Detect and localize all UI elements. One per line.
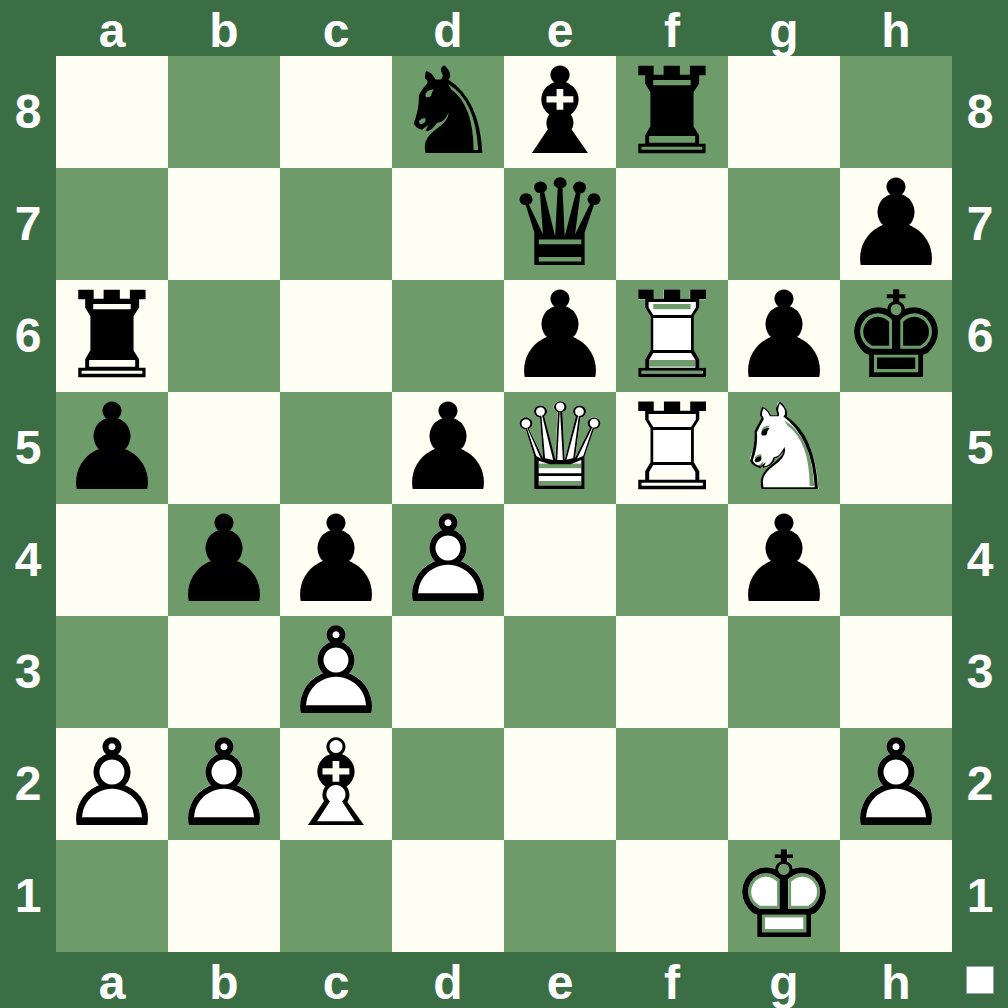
square-e6[interactable]: ♟︎ [504, 280, 616, 392]
white-bishop[interactable]: ♝︎♗︎ [280, 728, 392, 840]
rank-label-left-5: 5 [0, 392, 56, 504]
black-pawn-glyph: ♟︎ [56, 392, 168, 504]
square-b8[interactable] [168, 56, 280, 168]
square-g8[interactable] [728, 56, 840, 168]
square-e8[interactable]: ♝︎ [504, 56, 616, 168]
white-pawn[interactable]: ♟︎♙︎ [840, 728, 952, 840]
white-pawn-outline: ♙︎ [280, 616, 392, 728]
square-c2[interactable]: ♝︎♗︎ [280, 728, 392, 840]
square-b5[interactable] [168, 392, 280, 504]
black-pawn[interactable]: ♟︎ [840, 168, 952, 280]
square-a3[interactable] [56, 616, 168, 728]
file-label-bottom-d: d [392, 952, 504, 1008]
square-a5[interactable]: ♟︎ [56, 392, 168, 504]
white-pawn[interactable]: ♟︎♙︎ [168, 728, 280, 840]
black-rook-glyph: ♜︎ [616, 56, 728, 168]
file-label-top-b: b [168, 0, 280, 56]
square-e4[interactable] [504, 504, 616, 616]
rank-label-right-3: 3 [952, 616, 1008, 728]
white-knight[interactable]: ♞︎♘︎ [728, 392, 840, 504]
square-c7[interactable] [280, 168, 392, 280]
square-b4[interactable]: ♟︎ [168, 504, 280, 616]
square-a4[interactable] [56, 504, 168, 616]
rank-label-left-6: 6 [0, 280, 56, 392]
black-bishop-glyph: ♝︎ [504, 56, 616, 168]
square-h4[interactable] [840, 504, 952, 616]
black-pawn[interactable]: ♟︎ [168, 504, 280, 616]
square-b6[interactable] [168, 280, 280, 392]
square-g5[interactable]: ♞︎♘︎ [728, 392, 840, 504]
white-rook[interactable]: ♜︎♖︎ [616, 392, 728, 504]
square-a2[interactable]: ♟︎♙︎ [56, 728, 168, 840]
square-c5[interactable] [280, 392, 392, 504]
black-pawn-glyph: ♟︎ [280, 504, 392, 616]
square-f3[interactable] [616, 616, 728, 728]
black-queen[interactable]: ♛︎ [504, 168, 616, 280]
white-knight-outline: ♘︎ [728, 392, 840, 504]
square-d1[interactable] [392, 840, 504, 952]
square-a6[interactable]: ♜︎ [56, 280, 168, 392]
square-a7[interactable] [56, 168, 168, 280]
file-label-bottom-e: e [504, 952, 616, 1008]
black-bishop[interactable]: ♝︎ [504, 56, 616, 168]
chess-board: ♞︎♝︎♜︎♛︎♟︎♜︎♟︎♜︎♖︎♟︎♚︎♟︎♟︎♛︎♕︎♜︎♖︎♞︎♘︎♟︎… [56, 56, 952, 952]
file-labels-top: abcdefgh [56, 0, 952, 56]
white-pawn[interactable]: ♟︎♙︎ [56, 728, 168, 840]
black-pawn-glyph: ♟︎ [840, 168, 952, 280]
square-c3[interactable]: ♟︎♙︎ [280, 616, 392, 728]
square-c6[interactable] [280, 280, 392, 392]
black-knight-glyph: ♞︎ [392, 56, 504, 168]
square-f1[interactable] [616, 840, 728, 952]
black-king[interactable]: ♚︎ [840, 280, 952, 392]
white-king[interactable]: ♚︎♔︎ [728, 840, 840, 952]
white-queen[interactable]: ♛︎♕︎ [504, 392, 616, 504]
white-king-outline: ♔︎ [728, 840, 840, 952]
square-b1[interactable] [168, 840, 280, 952]
black-pawn[interactable]: ♟︎ [728, 504, 840, 616]
rank-label-left-4: 4 [0, 504, 56, 616]
square-f8[interactable]: ♜︎ [616, 56, 728, 168]
file-label-top-a: a [56, 0, 168, 56]
white-pawn-outline: ♙︎ [56, 728, 168, 840]
file-label-bottom-a: a [56, 952, 168, 1008]
rank-label-left-8: 8 [0, 56, 56, 168]
rank-label-right-8: 8 [952, 56, 1008, 168]
rank-label-right-7: 7 [952, 168, 1008, 280]
square-h7[interactable]: ♟︎ [840, 168, 952, 280]
square-f4[interactable] [616, 504, 728, 616]
square-c4[interactable]: ♟︎ [280, 504, 392, 616]
square-h5[interactable] [840, 392, 952, 504]
square-g7[interactable] [728, 168, 840, 280]
rank-labels-right: 87654321 [952, 56, 1008, 952]
square-h1[interactable] [840, 840, 952, 952]
square-e1[interactable] [504, 840, 616, 952]
square-f7[interactable] [616, 168, 728, 280]
square-d7[interactable] [392, 168, 504, 280]
white-pawn[interactable]: ♟︎♙︎ [392, 504, 504, 616]
square-f2[interactable] [616, 728, 728, 840]
file-label-bottom-c: c [280, 952, 392, 1008]
black-pawn[interactable]: ♟︎ [280, 504, 392, 616]
black-pawn-glyph: ♟︎ [392, 392, 504, 504]
white-pawn[interactable]: ♟︎♙︎ [280, 616, 392, 728]
black-pawn-glyph: ♟︎ [728, 504, 840, 616]
square-b2[interactable]: ♟︎♙︎ [168, 728, 280, 840]
file-label-top-h: h [840, 0, 952, 56]
white-pawn-outline: ♙︎ [392, 504, 504, 616]
square-g2[interactable] [728, 728, 840, 840]
square-g4[interactable]: ♟︎ [728, 504, 840, 616]
square-e7[interactable]: ♛︎ [504, 168, 616, 280]
rank-label-right-5: 5 [952, 392, 1008, 504]
square-h6[interactable]: ♚︎ [840, 280, 952, 392]
square-e3[interactable] [504, 616, 616, 728]
square-e5[interactable]: ♛︎♕︎ [504, 392, 616, 504]
square-b3[interactable] [168, 616, 280, 728]
black-pawn-glyph: ♟︎ [728, 280, 840, 392]
black-queen-glyph: ♛︎ [504, 168, 616, 280]
black-knight[interactable]: ♞︎ [392, 56, 504, 168]
square-a1[interactable] [56, 840, 168, 952]
file-label-bottom-b: b [168, 952, 280, 1008]
white-rook[interactable]: ♜︎♖︎ [616, 280, 728, 392]
rank-label-right-4: 4 [952, 504, 1008, 616]
rank-label-right-1: 1 [952, 840, 1008, 952]
black-pawn[interactable]: ♟︎ [504, 280, 616, 392]
square-f5[interactable]: ♜︎♖︎ [616, 392, 728, 504]
rank-label-right-2: 2 [952, 728, 1008, 840]
square-c1[interactable] [280, 840, 392, 952]
white-rook-outline: ♖︎ [616, 392, 728, 504]
rank-label-left-2: 2 [0, 728, 56, 840]
black-pawn[interactable]: ♟︎ [56, 392, 168, 504]
square-h3[interactable] [840, 616, 952, 728]
black-pawn[interactable]: ♟︎ [392, 392, 504, 504]
rank-label-right-6: 6 [952, 280, 1008, 392]
file-label-top-g: g [728, 0, 840, 56]
square-d6[interactable] [392, 280, 504, 392]
square-d3[interactable] [392, 616, 504, 728]
file-label-bottom-g: g [728, 952, 840, 1008]
square-c8[interactable] [280, 56, 392, 168]
white-queen-outline: ♕︎ [504, 392, 616, 504]
white-rook-outline: ♖︎ [616, 280, 728, 392]
black-rook-glyph: ♜︎ [56, 280, 168, 392]
square-g3[interactable] [728, 616, 840, 728]
square-d4[interactable]: ♟︎♙︎ [392, 504, 504, 616]
white-pawn-outline: ♙︎ [168, 728, 280, 840]
square-a8[interactable] [56, 56, 168, 168]
square-g6[interactable]: ♟︎ [728, 280, 840, 392]
black-pawn-glyph: ♟︎ [504, 280, 616, 392]
square-h2[interactable]: ♟︎♙︎ [840, 728, 952, 840]
rank-label-left-3: 3 [0, 616, 56, 728]
white-to-move-indicator [966, 966, 994, 994]
black-pawn[interactable]: ♟︎ [728, 280, 840, 392]
square-d8[interactable]: ♞︎ [392, 56, 504, 168]
white-pawn-outline: ♙︎ [840, 728, 952, 840]
chess-board-frame: abcdefgh 87654321 ♞︎♝︎♜︎♛︎♟︎♜︎♟︎♜︎♖︎♟︎♚︎… [0, 0, 1008, 1008]
rank-label-left-1: 1 [0, 840, 56, 952]
rank-label-left-7: 7 [0, 168, 56, 280]
square-b7[interactable] [168, 168, 280, 280]
square-e2[interactable] [504, 728, 616, 840]
file-label-bottom-f: f [616, 952, 728, 1008]
square-f6[interactable]: ♜︎♖︎ [616, 280, 728, 392]
black-rook[interactable]: ♜︎ [56, 280, 168, 392]
file-label-top-c: c [280, 0, 392, 56]
black-rook[interactable]: ♜︎ [616, 56, 728, 168]
rank-labels-left: 87654321 [0, 56, 56, 952]
white-bishop-outline: ♗︎ [280, 728, 392, 840]
black-king-glyph: ♚︎ [840, 280, 952, 392]
square-d2[interactable] [392, 728, 504, 840]
file-label-bottom-h: h [840, 952, 952, 1008]
file-labels-bottom: abcdefgh [56, 952, 952, 1008]
square-d5[interactable]: ♟︎ [392, 392, 504, 504]
square-g1[interactable]: ♚︎♔︎ [728, 840, 840, 952]
black-pawn-glyph: ♟︎ [168, 504, 280, 616]
square-h8[interactable] [840, 56, 952, 168]
